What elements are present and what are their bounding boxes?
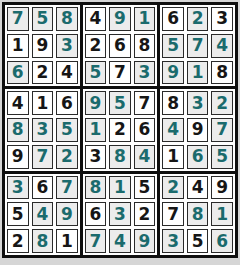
- cell-r3c6[interactable]: 3: [134, 61, 156, 85]
- page-background: 7581936244912685736235749184168359729571…: [0, 0, 240, 265]
- cell-r8c8[interactable]: 8: [187, 202, 209, 226]
- cell-r9c5[interactable]: 4: [109, 229, 131, 253]
- cell-r6c4[interactable]: 3: [85, 145, 107, 169]
- cell-r2c8[interactable]: 7: [187, 34, 209, 58]
- cell-r5c8[interactable]: 9: [187, 118, 209, 142]
- cell-r3c1[interactable]: 6: [7, 61, 29, 85]
- cell-r6c8[interactable]: 6: [187, 145, 209, 169]
- cell-r2c4[interactable]: 2: [85, 34, 107, 58]
- cell-r3c3[interactable]: 4: [56, 61, 78, 85]
- cell-r2c6[interactable]: 8: [134, 34, 156, 58]
- cell-r4c5[interactable]: 5: [109, 91, 131, 115]
- cell-r1c9[interactable]: 3: [211, 7, 233, 31]
- cell-r2c2[interactable]: 9: [32, 34, 54, 58]
- cell-r1c7[interactable]: 6: [162, 7, 184, 31]
- cell-r4c7[interactable]: 8: [162, 91, 184, 115]
- cell-r2c7[interactable]: 5: [162, 34, 184, 58]
- cell-r8c5[interactable]: 3: [109, 202, 131, 226]
- sudoku-box-5: 957126384: [83, 89, 158, 170]
- cell-r4c9[interactable]: 2: [211, 91, 233, 115]
- cell-r8c6[interactable]: 2: [134, 202, 156, 226]
- cell-r3c8[interactable]: 1: [187, 61, 209, 85]
- cell-r4c1[interactable]: 4: [7, 91, 29, 115]
- cell-r2c5[interactable]: 6: [109, 34, 131, 58]
- cell-r3c9[interactable]: 8: [211, 61, 233, 85]
- cell-r5c1[interactable]: 8: [7, 118, 29, 142]
- sudoku-box-3: 623574918: [160, 5, 235, 86]
- cell-r3c4[interactable]: 5: [85, 61, 107, 85]
- cell-r9c3[interactable]: 1: [56, 229, 78, 253]
- cell-r9c6[interactable]: 9: [134, 229, 156, 253]
- cell-r4c6[interactable]: 7: [134, 91, 156, 115]
- cell-r7c7[interactable]: 2: [162, 176, 184, 200]
- sudoku-board: 7581936244912685736235749184168359729571…: [2, 2, 238, 258]
- cell-r1c5[interactable]: 9: [109, 7, 131, 31]
- cell-r5c7[interactable]: 4: [162, 118, 184, 142]
- cell-r6c5[interactable]: 8: [109, 145, 131, 169]
- cell-r5c5[interactable]: 2: [109, 118, 131, 142]
- cell-r1c8[interactable]: 2: [187, 7, 209, 31]
- sudoku-box-6: 832497165: [160, 89, 235, 170]
- cell-r5c4[interactable]: 1: [85, 118, 107, 142]
- cell-r7c3[interactable]: 7: [56, 176, 78, 200]
- cell-r6c6[interactable]: 4: [134, 145, 156, 169]
- cell-r2c9[interactable]: 4: [211, 34, 233, 58]
- cell-r1c1[interactable]: 7: [7, 7, 29, 31]
- cell-r6c9[interactable]: 5: [211, 145, 233, 169]
- cell-r9c2[interactable]: 8: [32, 229, 54, 253]
- cell-r8c4[interactable]: 6: [85, 202, 107, 226]
- sudoku-box-8: 815632749: [83, 174, 158, 255]
- cell-r5c9[interactable]: 7: [211, 118, 233, 142]
- cell-r7c4[interactable]: 8: [85, 176, 107, 200]
- cell-r7c9[interactable]: 9: [211, 176, 233, 200]
- cell-r6c7[interactable]: 1: [162, 145, 184, 169]
- cell-r8c7[interactable]: 7: [162, 202, 184, 226]
- cell-r7c8[interactable]: 4: [187, 176, 209, 200]
- cell-r4c8[interactable]: 3: [187, 91, 209, 115]
- cell-r9c7[interactable]: 3: [162, 229, 184, 253]
- cell-r1c6[interactable]: 1: [134, 7, 156, 31]
- cell-r8c9[interactable]: 1: [211, 202, 233, 226]
- cell-r4c2[interactable]: 1: [32, 91, 54, 115]
- cell-r6c2[interactable]: 7: [32, 145, 54, 169]
- cell-r8c2[interactable]: 4: [32, 202, 54, 226]
- cell-r6c1[interactable]: 9: [7, 145, 29, 169]
- cell-r7c2[interactable]: 6: [32, 176, 54, 200]
- sudoku-box-1: 758193624: [5, 5, 80, 86]
- cell-r7c6[interactable]: 5: [134, 176, 156, 200]
- cell-r4c3[interactable]: 6: [56, 91, 78, 115]
- sudoku-box-4: 416835972: [5, 89, 80, 170]
- cell-r3c2[interactable]: 2: [32, 61, 54, 85]
- sudoku-box-7: 367549281: [5, 174, 80, 255]
- cell-r1c4[interactable]: 4: [85, 7, 107, 31]
- sudoku-box-9: 249781356: [160, 174, 235, 255]
- cell-r9c9[interactable]: 6: [211, 229, 233, 253]
- sudoku-box-2: 491268573: [83, 5, 158, 86]
- cell-r9c8[interactable]: 5: [187, 229, 209, 253]
- cell-r5c6[interactable]: 6: [134, 118, 156, 142]
- cell-r2c1[interactable]: 1: [7, 34, 29, 58]
- cell-r8c3[interactable]: 9: [56, 202, 78, 226]
- cell-r1c2[interactable]: 5: [32, 7, 54, 31]
- cell-r7c1[interactable]: 3: [7, 176, 29, 200]
- cell-r6c3[interactable]: 2: [56, 145, 78, 169]
- cell-r7c5[interactable]: 1: [109, 176, 131, 200]
- cell-r2c3[interactable]: 3: [56, 34, 78, 58]
- cell-r1c3[interactable]: 8: [56, 7, 78, 31]
- cell-r5c2[interactable]: 3: [32, 118, 54, 142]
- cell-r3c5[interactable]: 7: [109, 61, 131, 85]
- cell-r8c1[interactable]: 5: [7, 202, 29, 226]
- cell-r4c4[interactable]: 9: [85, 91, 107, 115]
- cell-r3c7[interactable]: 9: [162, 61, 184, 85]
- cell-r9c4[interactable]: 7: [85, 229, 107, 253]
- cell-r5c3[interactable]: 5: [56, 118, 78, 142]
- cell-r9c1[interactable]: 2: [7, 229, 29, 253]
